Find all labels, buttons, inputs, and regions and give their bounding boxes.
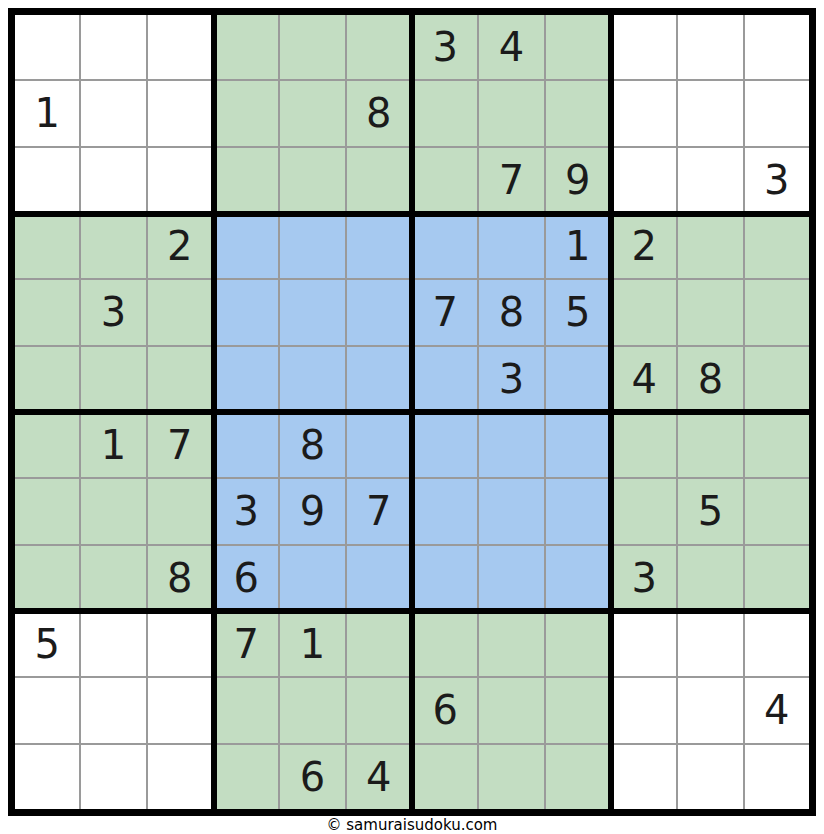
cell-r12c2[interactable] (81, 745, 145, 809)
cell-r8c4: 3 (214, 479, 278, 543)
copyright-text: © samuraisudoku.com (0, 816, 824, 834)
cell-r10c8[interactable] (479, 612, 543, 676)
cell-r11c2[interactable] (81, 678, 145, 742)
cell-r6c8: 3 (479, 347, 543, 411)
cell-r5c12[interactable] (745, 280, 809, 344)
cell-r4c8[interactable] (479, 214, 543, 278)
cell-r8c5: 9 (280, 479, 344, 543)
cell-r11c9[interactable] (546, 678, 610, 742)
cell-r5c5[interactable] (280, 280, 344, 344)
cell-r12c11[interactable] (678, 745, 742, 809)
cell-r2c2[interactable] (81, 81, 145, 145)
cell-r6c1[interactable] (15, 347, 79, 411)
cell-r10c2[interactable] (81, 612, 145, 676)
cell-r11c3[interactable] (148, 678, 212, 742)
cell-r9c3: 8 (148, 546, 212, 610)
cell-r1c9[interactable] (546, 15, 610, 79)
cell-r8c10[interactable] (612, 479, 676, 543)
cell-r9c11[interactable] (678, 546, 742, 610)
cell-r3c4[interactable] (214, 148, 278, 212)
cell-r9c5[interactable] (280, 546, 344, 610)
cell-r5c8: 8 (479, 280, 543, 344)
cell-r5c3[interactable] (148, 280, 212, 344)
cell-r5c1[interactable] (15, 280, 79, 344)
cell-r4c5[interactable] (280, 214, 344, 278)
cell-r2c9[interactable] (546, 81, 610, 145)
cell-r8c3[interactable] (148, 479, 212, 543)
cell-r11c10[interactable] (612, 678, 676, 742)
cell-r12c7[interactable] (413, 745, 477, 809)
cell-r10c10[interactable] (612, 612, 676, 676)
cell-r6c6[interactable] (347, 347, 411, 411)
cell-r7c11[interactable] (678, 413, 742, 477)
cell-r9c4: 6 (214, 546, 278, 610)
cell-r10c12[interactable] (745, 612, 809, 676)
cell-r5c11[interactable] (678, 280, 742, 344)
cell-r8c6: 7 (347, 479, 411, 543)
cell-r4c4[interactable] (214, 214, 278, 278)
cell-r4c10: 2 (612, 214, 676, 278)
cell-r7c3: 7 (148, 413, 212, 477)
cell-r4c2[interactable] (81, 214, 145, 278)
cell-r3c2[interactable] (81, 148, 145, 212)
cell-r10c6[interactable] (347, 612, 411, 676)
cell-r12c12[interactable] (745, 745, 809, 809)
cell-r6c11: 8 (678, 347, 742, 411)
cell-r11c4[interactable] (214, 678, 278, 742)
cell-r8c2[interactable] (81, 479, 145, 543)
cell-r1c11[interactable] (678, 15, 742, 79)
cell-r4c6[interactable] (347, 214, 411, 278)
cell-r11c7: 6 (413, 678, 477, 742)
cell-r4c9: 1 (546, 214, 610, 278)
cell-r12c3[interactable] (148, 745, 212, 809)
cell-r12c8[interactable] (479, 745, 543, 809)
cell-r9c10: 3 (612, 546, 676, 610)
cell-r3c12: 3 (745, 148, 809, 212)
cell-r1c2[interactable] (81, 15, 145, 79)
cell-r1c12[interactable] (745, 15, 809, 79)
cell-r8c1[interactable] (15, 479, 79, 543)
cell-r1c7: 3 (413, 15, 477, 79)
cell-r12c1[interactable] (15, 745, 79, 809)
cell-r9c8[interactable] (479, 546, 543, 610)
cell-r11c11[interactable] (678, 678, 742, 742)
sudoku-board: 3418793212378534817839758635716464 (8, 8, 816, 816)
cell-r2c12[interactable] (745, 81, 809, 145)
cell-r3c9: 9 (546, 148, 610, 212)
cell-r3c7[interactable] (413, 148, 477, 212)
cell-r11c6[interactable] (347, 678, 411, 742)
cell-r1c8: 4 (479, 15, 543, 79)
cell-r1c6[interactable] (347, 15, 411, 79)
cell-r4c12[interactable] (745, 214, 809, 278)
cell-r7c5: 8 (280, 413, 344, 477)
cell-r6c2[interactable] (81, 347, 145, 411)
cell-r6c5[interactable] (280, 347, 344, 411)
cell-r6c3[interactable] (148, 347, 212, 411)
cell-r5c4[interactable] (214, 280, 278, 344)
cell-r1c1[interactable] (15, 15, 79, 79)
cell-r6c7[interactable] (413, 347, 477, 411)
cell-r6c9[interactable] (546, 347, 610, 411)
cell-r1c5[interactable] (280, 15, 344, 79)
cell-r5c10[interactable] (612, 280, 676, 344)
cell-r2c11[interactable] (678, 81, 742, 145)
cell-r10c5: 1 (280, 612, 344, 676)
cell-r12c4[interactable] (214, 745, 278, 809)
cell-r9c2[interactable] (81, 546, 145, 610)
cell-r10c4: 7 (214, 612, 278, 676)
cell-r9c6[interactable] (347, 546, 411, 610)
cell-r2c6: 8 (347, 81, 411, 145)
cell-r4c7[interactable] (413, 214, 477, 278)
cell-r9c1[interactable] (15, 546, 79, 610)
cell-r3c1[interactable] (15, 148, 79, 212)
cell-r11c5[interactable] (280, 678, 344, 742)
cell-r3c5[interactable] (280, 148, 344, 212)
cell-r3c6[interactable] (347, 148, 411, 212)
cell-r8c11: 5 (678, 479, 742, 543)
cell-r10c11[interactable] (678, 612, 742, 676)
cell-r7c12[interactable] (745, 413, 809, 477)
cell-r7c7[interactable] (413, 413, 477, 477)
cell-r2c7[interactable] (413, 81, 477, 145)
cell-r2c10[interactable] (612, 81, 676, 145)
cell-r7c6[interactable] (347, 413, 411, 477)
cell-r12c5: 6 (280, 745, 344, 809)
cell-r3c8: 7 (479, 148, 543, 212)
cell-r5c9: 5 (546, 280, 610, 344)
cell-r7c8[interactable] (479, 413, 543, 477)
cell-r8c8[interactable] (479, 479, 543, 543)
cell-r5c6[interactable] (347, 280, 411, 344)
cell-r11c1[interactable] (15, 678, 79, 742)
cell-r10c9[interactable] (546, 612, 610, 676)
cell-r3c3[interactable] (148, 148, 212, 212)
cell-r5c7: 7 (413, 280, 477, 344)
cell-r7c4[interactable] (214, 413, 278, 477)
cell-r7c1[interactable] (15, 413, 79, 477)
cell-r12c6: 4 (347, 745, 411, 809)
cell-r10c7[interactable] (413, 612, 477, 676)
cell-r12c9[interactable] (546, 745, 610, 809)
cell-r9c12[interactable] (745, 546, 809, 610)
cell-r9c7[interactable] (413, 546, 477, 610)
cell-r8c12[interactable] (745, 479, 809, 543)
cell-r2c5[interactable] (280, 81, 344, 145)
cell-r2c3[interactable] (148, 81, 212, 145)
cell-r1c3[interactable] (148, 15, 212, 79)
cell-r4c11[interactable] (678, 214, 742, 278)
cell-r3c10[interactable] (612, 148, 676, 212)
cell-r4c3: 2 (148, 214, 212, 278)
cell-r11c12: 4 (745, 678, 809, 742)
cell-r1c4[interactable] (214, 15, 278, 79)
cell-r6c10: 4 (612, 347, 676, 411)
cell-r10c1: 5 (15, 612, 79, 676)
cell-r5c2: 3 (81, 280, 145, 344)
cell-r10c3[interactable] (148, 612, 212, 676)
cell-r9c9[interactable] (546, 546, 610, 610)
cell-r12c10[interactable] (612, 745, 676, 809)
cell-r6c4[interactable] (214, 347, 278, 411)
cell-r4c1[interactable] (15, 214, 79, 278)
thick-horizontal-line-2 (15, 409, 809, 415)
cell-r6c12[interactable] (745, 347, 809, 411)
cell-r2c1: 1 (15, 81, 79, 145)
cell-r2c4[interactable] (214, 81, 278, 145)
cell-r11c8[interactable] (479, 678, 543, 742)
cell-r3c11[interactable] (678, 148, 742, 212)
thick-horizontal-line-1 (15, 211, 809, 217)
cell-r8c9[interactable] (546, 479, 610, 543)
cell-r7c10[interactable] (612, 413, 676, 477)
thick-horizontal-line-3 (15, 608, 809, 614)
cell-r1c10[interactable] (612, 15, 676, 79)
cell-r7c9[interactable] (546, 413, 610, 477)
cell-r7c2: 1 (81, 413, 145, 477)
cell-r2c8[interactable] (479, 81, 543, 145)
cell-r8c7[interactable] (413, 479, 477, 543)
